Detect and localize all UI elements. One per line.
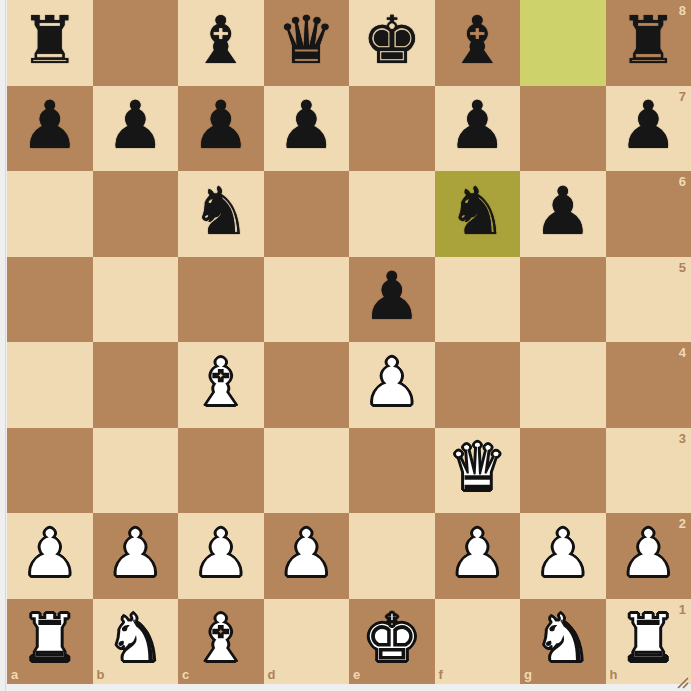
square-e7[interactable] [349, 86, 435, 172]
square-e4[interactable]: ♟ [349, 342, 435, 428]
square-g4[interactable] [520, 342, 606, 428]
square-g5[interactable] [520, 257, 606, 343]
square-b2[interactable]: ♟ [93, 513, 179, 599]
square-g3[interactable] [520, 428, 606, 514]
square-c4[interactable]: ♝ [178, 342, 264, 428]
white-queen-piece[interactable]: ♛ [435, 428, 521, 514]
black-king-piece[interactable]: ♚ [349, 0, 435, 86]
square-e5[interactable]: ♟ [349, 257, 435, 343]
square-c3[interactable] [178, 428, 264, 514]
rank-label-6: 6 [679, 174, 686, 189]
square-c5[interactable] [178, 257, 264, 343]
black-pawn-piece[interactable]: ♟ [349, 257, 435, 343]
black-knight-piece[interactable]: ♞ [178, 171, 264, 257]
square-e3[interactable] [349, 428, 435, 514]
square-d5[interactable] [264, 257, 350, 343]
square-g1[interactable]: ♞g [520, 599, 606, 685]
square-a3[interactable] [7, 428, 93, 514]
white-pawn-piece[interactable]: ♟ [606, 513, 691, 599]
square-a1[interactable]: ♜a [7, 599, 93, 685]
square-e1[interactable]: ♚e [349, 599, 435, 685]
square-h4[interactable]: 4 [606, 342, 691, 428]
chess-board[interactable]: ♜♝♛♚♝♜8♟♟♟♟♟♟7♞♞♟6♟5♝♟4♛3♟♟♟♟♟♟♟2♜a♞b♝cd… [7, 0, 691, 684]
square-f4[interactable] [435, 342, 521, 428]
square-f1[interactable]: f [435, 599, 521, 685]
square-d8[interactable]: ♛ [264, 0, 350, 86]
black-pawn-piece[interactable]: ♟ [606, 86, 691, 172]
square-a6[interactable] [7, 171, 93, 257]
square-a7[interactable]: ♟ [7, 86, 93, 172]
black-bishop-piece[interactable]: ♝ [435, 0, 521, 86]
white-rook-piece[interactable]: ♜ [7, 599, 93, 685]
square-e6[interactable] [349, 171, 435, 257]
black-bishop-piece[interactable]: ♝ [178, 0, 264, 86]
white-pawn-piece[interactable]: ♟ [520, 513, 606, 599]
black-pawn-piece[interactable]: ♟ [264, 86, 350, 172]
square-b8[interactable] [93, 0, 179, 86]
white-pawn-piece[interactable]: ♟ [178, 513, 264, 599]
square-d3[interactable] [264, 428, 350, 514]
square-h3[interactable]: 3 [606, 428, 691, 514]
square-c2[interactable]: ♟ [178, 513, 264, 599]
page: ♜♝♛♚♝♜8♟♟♟♟♟♟7♞♞♟6♟5♝♟4♛3♟♟♟♟♟♟♟2♜a♞b♝cd… [0, 0, 691, 691]
square-a4[interactable] [7, 342, 93, 428]
square-d1[interactable]: d [264, 599, 350, 685]
rank-label-3: 3 [679, 431, 686, 446]
square-h5[interactable]: 5 [606, 257, 691, 343]
square-f5[interactable] [435, 257, 521, 343]
square-h2[interactable]: ♟2 [606, 513, 691, 599]
square-b1[interactable]: ♞b [93, 599, 179, 685]
square-g2[interactable]: ♟ [520, 513, 606, 599]
black-pawn-piece[interactable]: ♟ [435, 86, 521, 172]
square-c7[interactable]: ♟ [178, 86, 264, 172]
black-pawn-piece[interactable]: ♟ [7, 86, 93, 172]
file-label-d: d [268, 667, 276, 682]
white-pawn-piece[interactable]: ♟ [264, 513, 350, 599]
square-h7[interactable]: ♟7 [606, 86, 691, 172]
square-a2[interactable]: ♟ [7, 513, 93, 599]
square-f7[interactable]: ♟ [435, 86, 521, 172]
square-c6[interactable]: ♞ [178, 171, 264, 257]
square-a8[interactable]: ♜ [7, 0, 93, 86]
black-rook-piece[interactable]: ♜ [7, 0, 93, 86]
square-h6[interactable]: 6 [606, 171, 691, 257]
square-h8[interactable]: ♜8 [606, 0, 691, 86]
white-pawn-piece[interactable]: ♟ [349, 342, 435, 428]
square-c8[interactable]: ♝ [178, 0, 264, 86]
black-pawn-piece[interactable]: ♟ [520, 171, 606, 257]
black-knight-piece[interactable]: ♞ [435, 171, 521, 257]
square-b4[interactable] [93, 342, 179, 428]
square-e2[interactable] [349, 513, 435, 599]
square-d2[interactable]: ♟ [264, 513, 350, 599]
square-f2[interactable]: ♟ [435, 513, 521, 599]
square-h1[interactable]: ♜1h [606, 599, 691, 685]
square-f6[interactable]: ♞ [435, 171, 521, 257]
square-b5[interactable] [93, 257, 179, 343]
white-king-piece[interactable]: ♚ [349, 599, 435, 685]
white-knight-piece[interactable]: ♞ [93, 599, 179, 685]
square-a5[interactable] [7, 257, 93, 343]
square-c1[interactable]: ♝c [178, 599, 264, 685]
square-f3[interactable]: ♛ [435, 428, 521, 514]
file-label-f: f [439, 667, 443, 682]
white-bishop-piece[interactable]: ♝ [178, 342, 264, 428]
square-e8[interactable]: ♚ [349, 0, 435, 86]
board-resize-handle-icon[interactable] [675, 675, 689, 689]
square-b3[interactable] [93, 428, 179, 514]
white-rook-piece[interactable]: ♜ [606, 599, 691, 685]
square-d6[interactable] [264, 171, 350, 257]
white-pawn-piece[interactable]: ♟ [7, 513, 93, 599]
square-b7[interactable]: ♟ [93, 86, 179, 172]
white-knight-piece[interactable]: ♞ [520, 599, 606, 685]
rank-label-4: 4 [679, 345, 686, 360]
black-pawn-piece[interactable]: ♟ [178, 86, 264, 172]
square-d4[interactable] [264, 342, 350, 428]
white-bishop-piece[interactable]: ♝ [178, 599, 264, 685]
square-b6[interactable] [93, 171, 179, 257]
square-d7[interactable]: ♟ [264, 86, 350, 172]
white-pawn-piece[interactable]: ♟ [93, 513, 179, 599]
square-f8[interactable]: ♝ [435, 0, 521, 86]
black-rook-piece[interactable]: ♜ [606, 0, 691, 86]
square-g7[interactable] [520, 86, 606, 172]
square-g6[interactable]: ♟ [520, 171, 606, 257]
black-queen-piece[interactable]: ♛ [264, 0, 350, 86]
white-pawn-piece[interactable]: ♟ [435, 513, 521, 599]
square-g8[interactable] [520, 0, 606, 86]
rank-label-5: 5 [679, 260, 686, 275]
black-pawn-piece[interactable]: ♟ [93, 86, 179, 172]
